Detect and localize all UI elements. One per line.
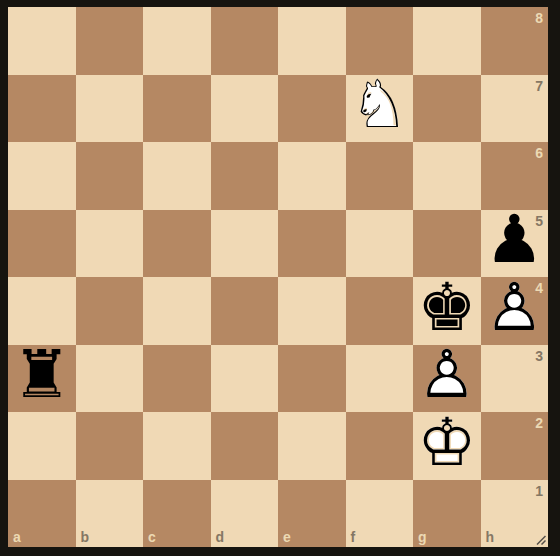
square-b4[interactable] [76,277,144,345]
square-f3[interactable] [346,345,414,413]
white-pawn-outline-glyph: ♙ [417,343,476,409]
square-e1[interactable]: e [278,480,346,548]
square-e3[interactable] [278,345,346,413]
square-b6[interactable] [76,142,144,210]
square-c6[interactable] [143,142,211,210]
square-h8[interactable]: 8 [481,7,549,75]
square-g2[interactable]: ♚♔ [413,412,481,480]
coord-file-g: g [418,529,427,545]
square-b3[interactable] [76,345,144,413]
coord-rank-1: 1 [535,483,543,499]
white-king-outline-glyph: ♔ [417,410,476,476]
coord-rank-6: 6 [535,145,543,161]
square-d6[interactable] [211,142,279,210]
square-a2[interactable] [8,412,76,480]
square-e4[interactable] [278,277,346,345]
square-d2[interactable] [211,412,279,480]
square-f5[interactable] [346,210,414,278]
square-g8[interactable] [413,7,481,75]
piece-white-pawn-g3[interactable]: ♟︎♙ [413,345,481,413]
square-d8[interactable] [211,7,279,75]
coord-file-e: e [283,529,291,545]
square-h3[interactable]: 3 [481,345,549,413]
square-d1[interactable]: d [211,480,279,548]
square-d4[interactable] [211,277,279,345]
square-g5[interactable] [413,210,481,278]
square-f1[interactable]: f [346,480,414,548]
piece-black-king-g4[interactable]: ♚ [413,277,481,345]
square-a6[interactable] [8,142,76,210]
white-knight-fill-glyph: ♞ [350,73,409,139]
piece-white-pawn-h4[interactable]: ♟︎♙ [481,277,549,345]
coord-rank-3: 3 [535,348,543,364]
coord-file-f: f [351,529,356,545]
square-d3[interactable] [211,345,279,413]
square-b7[interactable] [76,75,144,143]
coord-file-d: d [216,529,225,545]
square-h4[interactable]: 4♟︎♙ [481,277,549,345]
square-f6[interactable] [346,142,414,210]
square-d7[interactable] [211,75,279,143]
white-king-fill-glyph: ♚ [417,410,476,476]
coord-file-a: a [13,529,21,545]
piece-white-knight-f7[interactable]: ♞♘ [346,75,414,143]
square-a4[interactable] [8,277,76,345]
resize-handle-icon[interactable] [534,533,546,545]
square-a3[interactable]: ♜ [8,345,76,413]
square-f8[interactable] [346,7,414,75]
black-pawn-glyph: ♟︎ [485,208,544,274]
square-a5[interactable] [8,210,76,278]
piece-black-rook-a3[interactable]: ♜ [8,345,76,413]
square-b5[interactable] [76,210,144,278]
square-f2[interactable] [346,412,414,480]
square-f7[interactable]: ♞♘ [346,75,414,143]
white-knight-outline-glyph: ♘ [350,73,409,139]
square-g6[interactable] [413,142,481,210]
square-g4[interactable]: ♚ [413,277,481,345]
square-e7[interactable] [278,75,346,143]
chess-board: 8♞♘765♟︎♚4♟︎♙♜♟︎♙3♚♔2abcdefg1h [8,7,548,547]
square-h2[interactable]: 2 [481,412,549,480]
coord-rank-8: 8 [535,10,543,26]
square-g7[interactable] [413,75,481,143]
square-b1[interactable]: b [76,480,144,548]
square-c4[interactable] [143,277,211,345]
black-king-glyph: ♚ [417,275,476,341]
coord-file-c: c [148,529,156,545]
square-a1[interactable]: a [8,480,76,548]
square-d5[interactable] [211,210,279,278]
square-h5[interactable]: 5♟︎ [481,210,549,278]
square-h7[interactable]: 7 [481,75,549,143]
piece-white-king-g2[interactable]: ♚♔ [413,412,481,480]
square-a8[interactable] [8,7,76,75]
white-pawn-outline-glyph: ♙ [485,275,544,341]
square-a7[interactable] [8,75,76,143]
square-g3[interactable]: ♟︎♙ [413,345,481,413]
black-rook-glyph: ♜ [12,343,71,409]
square-c2[interactable] [143,412,211,480]
square-e5[interactable] [278,210,346,278]
square-f4[interactable] [346,277,414,345]
square-e6[interactable] [278,142,346,210]
square-b8[interactable] [76,7,144,75]
square-h6[interactable]: 6 [481,142,549,210]
coord-rank-2: 2 [535,415,543,431]
square-c7[interactable] [143,75,211,143]
coord-file-h: h [486,529,495,545]
square-b2[interactable] [76,412,144,480]
page-background: 8♞♘765♟︎♚4♟︎♙♜♟︎♙3♚♔2abcdefg1h [0,0,560,556]
square-e8[interactable] [278,7,346,75]
square-c1[interactable]: c [143,480,211,548]
square-e2[interactable] [278,412,346,480]
piece-black-pawn-h5[interactable]: ♟︎ [481,210,549,278]
coord-rank-7: 7 [535,78,543,94]
white-pawn-fill-glyph: ♟︎ [417,343,476,409]
coord-file-b: b [81,529,90,545]
square-c5[interactable] [143,210,211,278]
square-c8[interactable] [143,7,211,75]
square-g1[interactable]: g [413,480,481,548]
square-c3[interactable] [143,345,211,413]
white-pawn-fill-glyph: ♟︎ [485,275,544,341]
